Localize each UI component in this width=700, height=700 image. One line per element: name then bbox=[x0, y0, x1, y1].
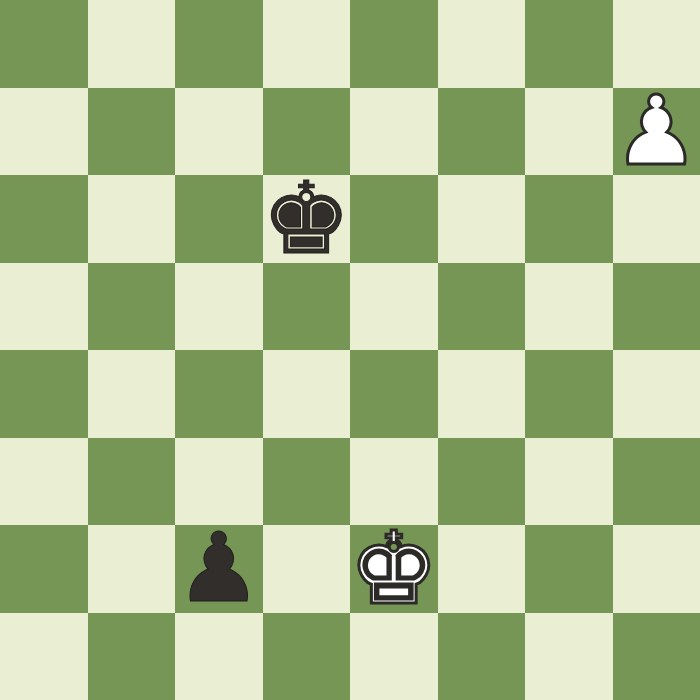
square-c5[interactable] bbox=[175, 263, 263, 351]
square-h5[interactable] bbox=[613, 263, 700, 351]
square-b1[interactable] bbox=[88, 613, 176, 700]
white-king-piece[interactable]: ♚ bbox=[349, 525, 439, 613]
black-king-piece[interactable]: ♚ bbox=[261, 175, 351, 263]
square-c7[interactable] bbox=[175, 88, 263, 176]
square-a3[interactable] bbox=[0, 438, 88, 526]
square-h1[interactable] bbox=[613, 613, 700, 700]
square-f1[interactable] bbox=[438, 613, 526, 700]
square-b8[interactable] bbox=[88, 0, 176, 88]
square-a7[interactable] bbox=[0, 88, 88, 176]
square-b3[interactable] bbox=[88, 438, 176, 526]
square-e8[interactable] bbox=[350, 0, 438, 88]
square-c6[interactable] bbox=[175, 175, 263, 263]
square-a2[interactable] bbox=[0, 525, 88, 613]
square-a4[interactable] bbox=[0, 350, 88, 438]
square-h2[interactable] bbox=[613, 525, 700, 613]
square-h6[interactable] bbox=[613, 175, 700, 263]
black-pawn-piece[interactable]: ♟ bbox=[176, 525, 262, 613]
square-d4[interactable] bbox=[263, 350, 351, 438]
square-h7[interactable]: ♟ bbox=[613, 88, 700, 176]
square-b7[interactable] bbox=[88, 88, 176, 176]
square-f5[interactable] bbox=[438, 263, 526, 351]
square-e7[interactable] bbox=[350, 88, 438, 176]
square-e1[interactable] bbox=[350, 613, 438, 700]
square-e4[interactable] bbox=[350, 350, 438, 438]
square-a5[interactable] bbox=[0, 263, 88, 351]
square-a1[interactable] bbox=[0, 613, 88, 700]
square-e5[interactable] bbox=[350, 263, 438, 351]
chess-board: ♟♚♟♚ bbox=[0, 0, 700, 700]
square-g7[interactable] bbox=[525, 88, 613, 176]
square-c8[interactable] bbox=[175, 0, 263, 88]
square-b5[interactable] bbox=[88, 263, 176, 351]
square-g3[interactable] bbox=[525, 438, 613, 526]
square-b2[interactable] bbox=[88, 525, 176, 613]
square-f2[interactable] bbox=[438, 525, 526, 613]
square-g2[interactable] bbox=[525, 525, 613, 613]
square-g6[interactable] bbox=[525, 175, 613, 263]
square-d2[interactable] bbox=[263, 525, 351, 613]
square-d6[interactable]: ♚ bbox=[263, 175, 351, 263]
square-f7[interactable] bbox=[438, 88, 526, 176]
square-g5[interactable] bbox=[525, 263, 613, 351]
square-b4[interactable] bbox=[88, 350, 176, 438]
square-d1[interactable] bbox=[263, 613, 351, 700]
square-f8[interactable] bbox=[438, 0, 526, 88]
square-e2[interactable]: ♚ bbox=[350, 525, 438, 613]
square-d3[interactable] bbox=[263, 438, 351, 526]
square-g8[interactable] bbox=[525, 0, 613, 88]
square-h3[interactable] bbox=[613, 438, 700, 526]
square-d8[interactable] bbox=[263, 0, 351, 88]
square-c1[interactable] bbox=[175, 613, 263, 700]
square-g1[interactable] bbox=[525, 613, 613, 700]
square-f4[interactable] bbox=[438, 350, 526, 438]
square-c4[interactable] bbox=[175, 350, 263, 438]
square-b6[interactable] bbox=[88, 175, 176, 263]
square-f6[interactable] bbox=[438, 175, 526, 263]
square-e6[interactable] bbox=[350, 175, 438, 263]
square-c2[interactable]: ♟ bbox=[175, 525, 263, 613]
square-h4[interactable] bbox=[613, 350, 700, 438]
square-a6[interactable] bbox=[0, 175, 88, 263]
square-g4[interactable] bbox=[525, 350, 613, 438]
square-a8[interactable] bbox=[0, 0, 88, 88]
square-d5[interactable] bbox=[263, 263, 351, 351]
square-f3[interactable] bbox=[438, 438, 526, 526]
white-pawn-piece[interactable]: ♟ bbox=[613, 88, 699, 176]
